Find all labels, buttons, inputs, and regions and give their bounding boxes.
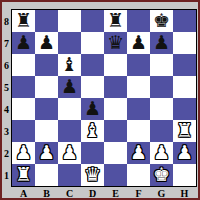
square-a7[interactable]: ♟ — [12, 32, 35, 54]
file-label-e: E — [104, 187, 127, 200]
square-a3[interactable] — [12, 120, 35, 142]
black-pawn-f7[interactable]: ♟ — [130, 33, 147, 52]
square-f1[interactable] — [127, 164, 150, 186]
rank-labels: 87654321 — [2, 10, 11, 186]
file-label-c: C — [58, 187, 81, 200]
square-b2[interactable]: ♟ — [35, 142, 58, 164]
file-label-a: A — [12, 187, 35, 200]
square-f8[interactable] — [127, 10, 150, 32]
square-a1[interactable]: ♜ — [12, 164, 35, 186]
square-f3[interactable] — [127, 120, 150, 142]
square-e5[interactable] — [104, 76, 127, 98]
square-c6[interactable]: ♝ — [58, 54, 81, 76]
rank-label-7: 7 — [2, 32, 11, 54]
black-pawn-d4[interactable]: ♟ — [84, 99, 101, 118]
square-g7[interactable]: ♟ — [150, 32, 173, 54]
white-pawn-h2[interactable]: ♟ — [176, 143, 193, 162]
square-b5[interactable] — [35, 76, 58, 98]
square-e3[interactable] — [104, 120, 127, 142]
square-c7[interactable] — [58, 32, 81, 54]
square-b8[interactable] — [35, 10, 58, 32]
white-queen-d1[interactable]: ♛ — [84, 165, 101, 184]
square-h6[interactable] — [173, 54, 196, 76]
square-f6[interactable] — [127, 54, 150, 76]
white-pawn-g2[interactable]: ♟ — [153, 143, 170, 162]
square-f4[interactable] — [127, 98, 150, 120]
square-b7[interactable]: ♟ — [35, 32, 58, 54]
white-rook-h3[interactable]: ♜ — [176, 121, 193, 140]
square-f7[interactable]: ♟ — [127, 32, 150, 54]
rank-label-2: 2 — [2, 142, 11, 164]
rank-label-1: 1 — [2, 164, 11, 186]
square-c5[interactable]: ♟ — [58, 76, 81, 98]
rank-label-6: 6 — [2, 54, 11, 76]
square-g6[interactable] — [150, 54, 173, 76]
black-king-g8[interactable]: ♚ — [153, 11, 170, 30]
square-f5[interactable] — [127, 76, 150, 98]
square-c4[interactable] — [58, 98, 81, 120]
square-a5[interactable] — [12, 76, 35, 98]
square-d2[interactable] — [81, 142, 104, 164]
white-king-g1[interactable]: ♚ — [153, 165, 170, 184]
chess-board[interactable]: ♜♜♚♟♟♛♟♟♝♟♟♝♜♟♟♟♟♟♟♜♛♚ — [11, 9, 197, 187]
square-h7[interactable] — [173, 32, 196, 54]
square-d5[interactable] — [81, 76, 104, 98]
square-e8[interactable]: ♜ — [104, 10, 127, 32]
square-h3[interactable]: ♜ — [173, 120, 196, 142]
white-rook-a1[interactable]: ♜ — [15, 165, 32, 184]
black-rook-e8[interactable]: ♜ — [107, 11, 124, 30]
square-g5[interactable] — [150, 76, 173, 98]
square-e4[interactable] — [104, 98, 127, 120]
square-a4[interactable] — [12, 98, 35, 120]
square-g8[interactable]: ♚ — [150, 10, 173, 32]
black-rook-a8[interactable]: ♜ — [15, 11, 32, 30]
square-f2[interactable]: ♟ — [127, 142, 150, 164]
square-d1[interactable]: ♛ — [81, 164, 104, 186]
square-c3[interactable] — [58, 120, 81, 142]
square-h8[interactable] — [173, 10, 196, 32]
square-b3[interactable] — [35, 120, 58, 142]
rank-label-5: 5 — [2, 76, 11, 98]
square-e7[interactable]: ♛ — [104, 32, 127, 54]
square-b4[interactable] — [35, 98, 58, 120]
square-h5[interactable] — [173, 76, 196, 98]
white-pawn-f2[interactable]: ♟ — [130, 143, 147, 162]
square-a6[interactable] — [12, 54, 35, 76]
square-c2[interactable]: ♟ — [58, 142, 81, 164]
file-label-f: F — [127, 187, 150, 200]
black-bishop-c6[interactable]: ♝ — [61, 55, 78, 74]
white-pawn-c2[interactable]: ♟ — [61, 143, 78, 162]
white-pawn-a2[interactable]: ♟ — [15, 143, 32, 162]
rank-label-4: 4 — [2, 98, 11, 120]
file-label-h: H — [173, 187, 196, 200]
square-h2[interactable]: ♟ — [173, 142, 196, 164]
square-e2[interactable] — [104, 142, 127, 164]
square-c8[interactable] — [58, 10, 81, 32]
square-e1[interactable] — [104, 164, 127, 186]
square-d6[interactable] — [81, 54, 104, 76]
rank-label-3: 3 — [2, 120, 11, 142]
square-d3[interactable]: ♝ — [81, 120, 104, 142]
file-label-d: D — [81, 187, 104, 200]
file-labels: ABCDEFGH — [12, 187, 196, 200]
file-label-g: G — [150, 187, 173, 200]
square-e6[interactable] — [104, 54, 127, 76]
square-g1[interactable]: ♚ — [150, 164, 173, 186]
file-label-b: B — [35, 187, 58, 200]
square-a8[interactable]: ♜ — [12, 10, 35, 32]
square-g3[interactable] — [150, 120, 173, 142]
square-d8[interactable] — [81, 10, 104, 32]
white-bishop-d3[interactable]: ♝ — [84, 121, 101, 140]
square-g2[interactable]: ♟ — [150, 142, 173, 164]
black-queen-e7[interactable]: ♛ — [107, 33, 124, 52]
square-b1[interactable] — [35, 164, 58, 186]
square-h4[interactable] — [173, 98, 196, 120]
square-d7[interactable] — [81, 32, 104, 54]
square-b6[interactable] — [35, 54, 58, 76]
square-g4[interactable] — [150, 98, 173, 120]
black-pawn-g7[interactable]: ♟ — [153, 33, 170, 52]
square-d4[interactable]: ♟ — [81, 98, 104, 120]
chessboard-frame: 87654321 ♜♜♚♟♟♛♟♟♝♟♟♝♜♟♟♟♟♟♟♜♛♚ ABCDEFGH — [0, 0, 200, 200]
black-pawn-c5[interactable]: ♟ — [61, 77, 78, 96]
square-h1[interactable] — [173, 164, 196, 186]
white-pawn-b2[interactable]: ♟ — [38, 143, 55, 162]
black-pawn-b7[interactable]: ♟ — [38, 33, 55, 52]
rank-label-8: 8 — [2, 10, 11, 32]
square-c1[interactable] — [58, 164, 81, 186]
black-pawn-a7[interactable]: ♟ — [15, 33, 32, 52]
square-a2[interactable]: ♟ — [12, 142, 35, 164]
